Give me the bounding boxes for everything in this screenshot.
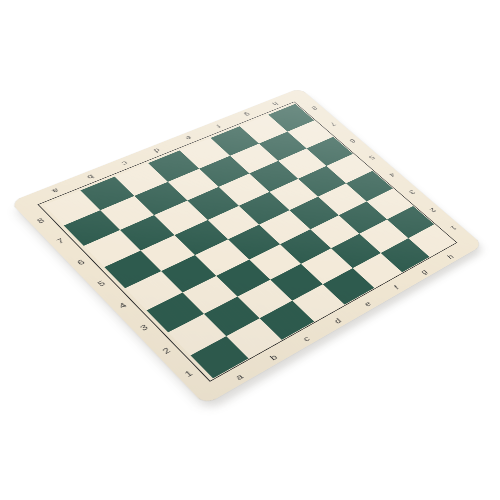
rank-label-right-6: 6 [344, 136, 361, 146]
rank-label-right-5: 5 [363, 153, 380, 163]
rank-label-left-8: 8 [30, 214, 52, 227]
rank-label-left-1: 1 [177, 366, 199, 382]
rank-label-left-2: 2 [155, 343, 177, 358]
file-label-top-g: g [238, 110, 256, 120]
rank-label-right-8: 8 [306, 103, 323, 113]
rank-label-left-4: 4 [111, 298, 133, 313]
rank-label-left-5: 5 [90, 277, 112, 291]
file-label-top-b: b [80, 171, 101, 183]
rank-label-left-3: 3 [133, 320, 155, 335]
file-label-top-f: f [209, 121, 227, 131]
rank-label-right-2: 2 [424, 205, 441, 216]
rank-label-left-7: 7 [49, 235, 71, 248]
rank-label-right-7: 7 [324, 119, 341, 129]
product-photo: aa88bb77cc66dd55ee44ff33gg22hh11 [0, 0, 500, 500]
file-label-top-c: c [115, 158, 135, 169]
rank-label-right-4: 4 [383, 170, 400, 181]
chessboard-grid [44, 104, 455, 378]
file-label-top-h: h [266, 99, 283, 109]
rank-label-left-6: 6 [70, 255, 92, 269]
rank-label-right-1: 1 [445, 223, 462, 235]
file-label-top-d: d [147, 145, 166, 156]
rank-label-right-3: 3 [403, 187, 420, 198]
file-label-top-a: a [45, 185, 66, 197]
chessboard-mat: aa88bb77cc66dd55ee44ff33gg22hh11 [10, 88, 483, 405]
file-label-top-e: e [179, 133, 198, 144]
